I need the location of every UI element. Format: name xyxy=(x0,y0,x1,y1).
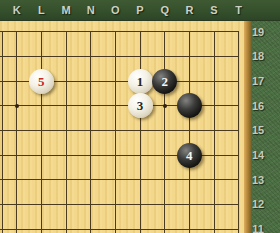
grid-vline-M xyxy=(66,32,67,233)
grid-hline-19 xyxy=(0,31,239,32)
grid-vline-left-edge xyxy=(2,32,3,233)
row-label-19: 19 xyxy=(244,25,272,39)
grid-vline-L xyxy=(41,32,42,233)
grid-vline-R xyxy=(189,32,190,233)
stone-white-L17[interactable]: 5 xyxy=(29,69,54,94)
grid-vline-Q xyxy=(164,32,165,233)
column-label-M: M xyxy=(57,3,75,17)
grid-hline-16 xyxy=(0,105,239,106)
column-label-R: R xyxy=(180,3,198,17)
move-number-1: 1 xyxy=(128,69,153,94)
move-number-4: 4 xyxy=(177,143,202,168)
row-label-14: 14 xyxy=(244,148,272,162)
stone-white-P17[interactable]: 1 xyxy=(128,69,153,94)
grid-hline-18 xyxy=(0,56,239,57)
stone-white-P16[interactable]: 3 xyxy=(128,93,153,118)
grid-vline-T xyxy=(238,32,239,233)
column-label-P: P xyxy=(131,3,149,17)
column-label-bar: KLMNOPQRST xyxy=(0,0,280,21)
grid-vline-S xyxy=(214,32,215,233)
row-label-18: 18 xyxy=(244,49,272,63)
row-label-16: 16 xyxy=(244,99,272,113)
grid-vline-O xyxy=(115,32,116,233)
move-number-3: 3 xyxy=(128,93,153,118)
move-number-5: 5 xyxy=(29,69,54,94)
row-label-12: 12 xyxy=(244,197,272,211)
column-label-O: O xyxy=(106,3,124,17)
star-point-Q16 xyxy=(163,104,167,108)
grid-hline-13 xyxy=(0,179,239,180)
row-label-13: 13 xyxy=(244,173,272,187)
grid-hline-14 xyxy=(0,155,239,156)
column-label-T: T xyxy=(230,3,248,17)
row-label-11: 11 xyxy=(244,222,272,233)
stone-black-R16[interactable] xyxy=(177,93,202,118)
grid-hline-12 xyxy=(0,204,239,205)
grid-hline-15 xyxy=(0,130,239,131)
grid-hline-11 xyxy=(0,229,239,230)
column-label-S: S xyxy=(205,3,223,17)
stone-black-R14[interactable]: 4 xyxy=(177,143,202,168)
column-label-Q: Q xyxy=(156,3,174,17)
grid-vline-N xyxy=(90,32,91,233)
stone-black-Q17[interactable]: 2 xyxy=(152,69,177,94)
move-number-2: 2 xyxy=(152,69,177,94)
star-point-K16 xyxy=(15,104,19,108)
column-label-N: N xyxy=(82,3,100,17)
column-label-L: L xyxy=(32,3,50,17)
column-label-K: K xyxy=(8,3,26,17)
grid-vline-K xyxy=(16,32,17,233)
row-label-15: 15 xyxy=(244,123,272,137)
go-viewer: 12345 KLMNOPQRST 191817161514131211 xyxy=(0,0,280,233)
row-label-17: 17 xyxy=(244,74,272,88)
grid-vline-P xyxy=(140,32,141,233)
go-board[interactable]: 12345 xyxy=(0,20,244,233)
